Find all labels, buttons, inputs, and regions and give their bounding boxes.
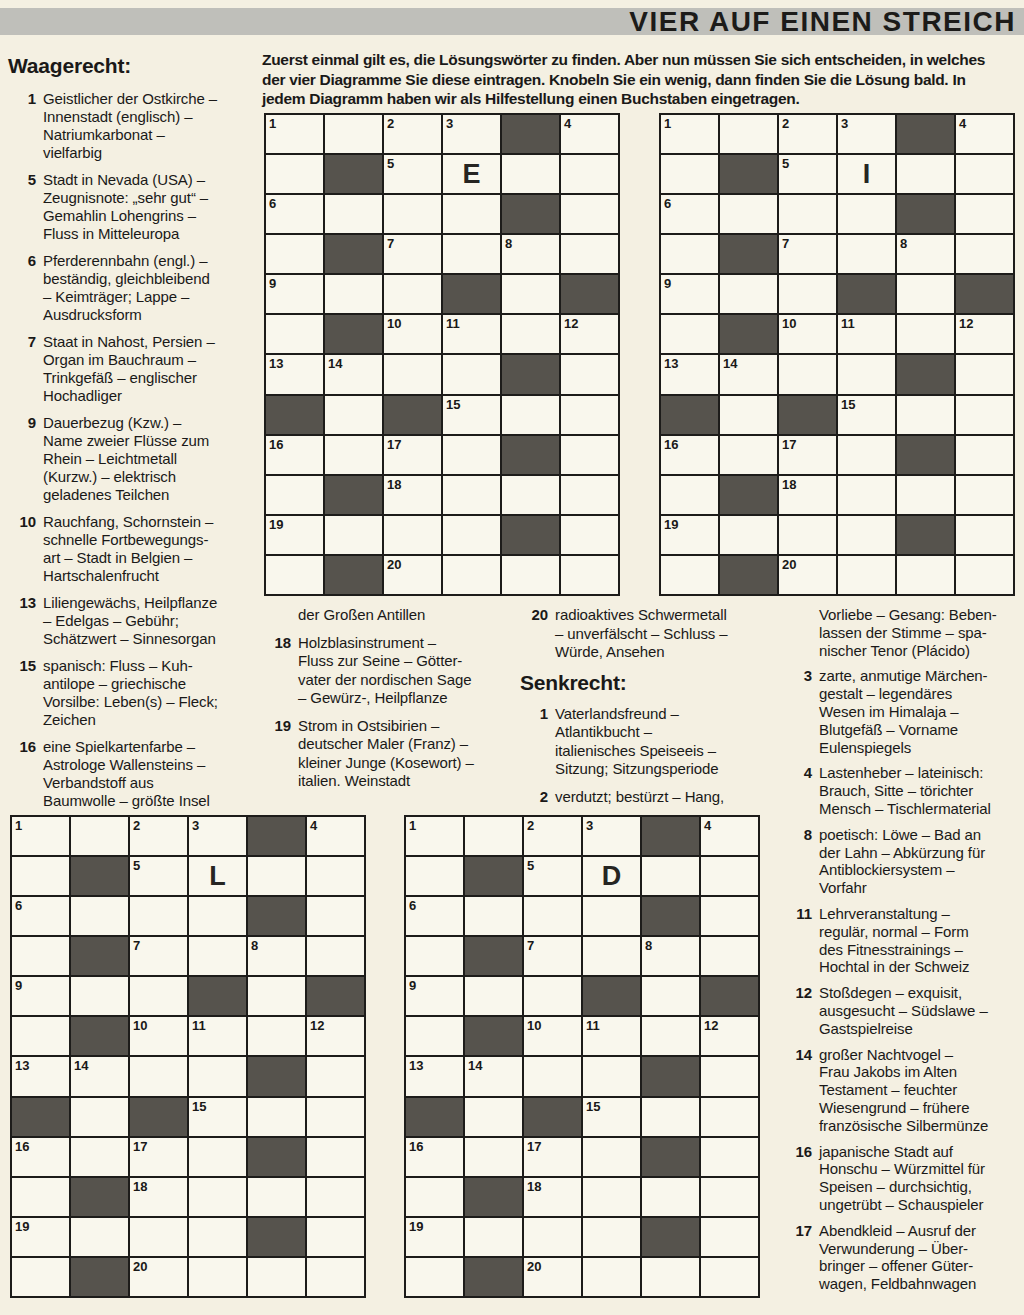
grid-cell[interactable] xyxy=(465,1218,522,1256)
grid-cell[interactable] xyxy=(838,516,895,554)
grid-cell[interactable]: 9 xyxy=(406,977,463,1015)
grid-cell[interactable] xyxy=(583,1258,640,1296)
grid-cell[interactable]: 11 xyxy=(583,1017,640,1055)
grid-cell[interactable] xyxy=(956,396,1013,434)
grid-cell[interactable]: 14 xyxy=(71,1057,128,1095)
clue-number: 16 xyxy=(784,1143,819,1214)
clue-text-line: Trinkgefäß – englischer xyxy=(43,369,260,387)
cell-number: 3 xyxy=(841,116,848,131)
grid-cell[interactable] xyxy=(12,1258,69,1296)
cell-number: 17 xyxy=(387,437,401,452)
grid-cell[interactable]: 5 xyxy=(384,155,441,193)
grid-cell[interactable]: 9 xyxy=(266,275,323,313)
grid-cell[interactable] xyxy=(130,897,187,935)
grid-cell[interactable]: 20 xyxy=(384,556,441,594)
grid-cell[interactable]: 12 xyxy=(561,315,618,353)
grid-cell[interactable]: 8 xyxy=(897,235,954,273)
grid-cell[interactable] xyxy=(502,155,559,193)
grid-cell[interactable] xyxy=(524,1057,581,1095)
grid-cell[interactable]: 4 xyxy=(701,817,758,855)
block-cell xyxy=(248,897,305,935)
grid-cell[interactable]: 16 xyxy=(12,1138,69,1176)
block-cell xyxy=(406,1098,463,1136)
grid-cell[interactable]: 8 xyxy=(502,235,559,273)
block-cell xyxy=(266,396,323,434)
grid-cell[interactable]: 9 xyxy=(661,275,718,313)
grid-cell[interactable]: 10 xyxy=(130,1017,187,1055)
grid-cell[interactable]: 10 xyxy=(779,315,836,353)
grid-cell[interactable]: 20 xyxy=(130,1258,187,1296)
grid-cell[interactable] xyxy=(561,476,618,514)
grid-cell[interactable] xyxy=(71,1218,128,1256)
grid-cell[interactable] xyxy=(248,1258,305,1296)
grid-cell[interactable] xyxy=(248,1178,305,1216)
grid-cell[interactable] xyxy=(465,897,522,935)
grid-cell[interactable] xyxy=(779,275,836,313)
intro-line: Zuerst einmal gilt es, die Lösungswörter… xyxy=(262,50,1022,70)
grid-cell[interactable] xyxy=(661,315,718,353)
grid-cell[interactable] xyxy=(661,155,718,193)
grid-cell[interactable] xyxy=(443,235,500,273)
clue-item: 4Lastenheber – lateinisch:Brauch, Sitte … xyxy=(784,764,1024,817)
grid-cell[interactable]: 16 xyxy=(266,436,323,474)
clue-text-line: Schätzwert – Sinnesorgan xyxy=(43,630,260,648)
grid-cell[interactable] xyxy=(502,275,559,313)
clue-text: radioaktives Schwermetall– unverfälscht … xyxy=(555,606,780,662)
grid-cell[interactable]: 5 xyxy=(130,857,187,895)
grid-cell[interactable] xyxy=(189,897,246,935)
grid-cell[interactable] xyxy=(189,1218,246,1256)
clue-text: Geistlicher der Ostkirche –Innenstadt (e… xyxy=(43,90,260,162)
grid-cell[interactable] xyxy=(583,897,640,935)
grid-cell[interactable] xyxy=(502,476,559,514)
grid-cell[interactable]: 16 xyxy=(661,436,718,474)
grid-cell[interactable] xyxy=(642,1178,699,1216)
grid-cell[interactable]: 15 xyxy=(583,1098,640,1136)
grid-cell[interactable] xyxy=(561,355,618,393)
block-cell xyxy=(642,1218,699,1256)
grid-cell[interactable] xyxy=(307,1138,364,1176)
grid-cell[interactable]: 1 xyxy=(12,817,69,855)
clue-text-line: wagen, Feldbahnwagen xyxy=(819,1275,1024,1293)
grid-cell[interactable] xyxy=(720,115,777,153)
grid-cell[interactable] xyxy=(897,315,954,353)
grid-cell[interactable] xyxy=(384,195,441,233)
grid-cell[interactable] xyxy=(701,1098,758,1136)
clue-text-line: Abendkleid – Ausruf der xyxy=(819,1222,1024,1240)
clue-text: Lehrveranstaltung –regulär, normal – For… xyxy=(819,905,1024,976)
clue-text-line: Liliengewächs, Heilpflanze xyxy=(43,594,260,612)
grid-cell[interactable]: 4 xyxy=(561,115,618,153)
grid-cell[interactable]: 5 xyxy=(779,155,836,193)
grid-cell[interactable] xyxy=(130,977,187,1015)
cell-number: 17 xyxy=(782,437,796,452)
grid-cell[interactable]: 12 xyxy=(701,1017,758,1055)
grid-cell[interactable] xyxy=(720,195,777,233)
grid-cell[interactable] xyxy=(897,275,954,313)
block-cell xyxy=(248,1218,305,1256)
grid-cell[interactable] xyxy=(642,1098,699,1136)
grid-cell[interactable] xyxy=(956,516,1013,554)
grid-cell[interactable] xyxy=(838,195,895,233)
clue-text-line: Speisen – durchsichtig, xyxy=(819,1178,1024,1196)
grid-cell[interactable]: 8 xyxy=(642,937,699,975)
grid-cell[interactable] xyxy=(701,937,758,975)
grid-cell[interactable] xyxy=(661,476,718,514)
grid-cell[interactable]: 6 xyxy=(661,195,718,233)
grid-cell[interactable] xyxy=(443,556,500,594)
grid-cell[interactable] xyxy=(897,476,954,514)
grid-cell[interactable] xyxy=(307,937,364,975)
grid-cell[interactable]: 2 xyxy=(384,115,441,153)
grid-cell[interactable]: 11 xyxy=(443,315,500,353)
grid-cell[interactable]: 11 xyxy=(189,1017,246,1055)
grid-cell[interactable] xyxy=(266,235,323,273)
grid-cell[interactable] xyxy=(701,1138,758,1176)
grid-cell[interactable] xyxy=(838,235,895,273)
grid-cell[interactable]: 17 xyxy=(779,436,836,474)
grid-cell[interactable] xyxy=(956,476,1013,514)
grid-cell[interactable] xyxy=(384,275,441,313)
grid-cell[interactable] xyxy=(325,275,382,313)
grid-cell[interactable] xyxy=(71,897,128,935)
grid-cell[interactable] xyxy=(561,396,618,434)
grid-cell[interactable]: 7 xyxy=(779,235,836,273)
grid-cell[interactable] xyxy=(248,857,305,895)
grid-cell[interactable] xyxy=(325,195,382,233)
grid-cell[interactable] xyxy=(720,275,777,313)
grid-cell[interactable] xyxy=(561,436,618,474)
grid-cell[interactable] xyxy=(720,516,777,554)
grid-cell[interactable] xyxy=(71,817,128,855)
grid-cell[interactable] xyxy=(406,1017,463,1055)
clue-item: 18Holzblasinstrument –Fluss zur Seine – … xyxy=(263,634,515,708)
grid-cell[interactable] xyxy=(130,1218,187,1256)
grid-cell[interactable] xyxy=(443,195,500,233)
grid-cell[interactable] xyxy=(701,1178,758,1216)
grid-cell[interactable] xyxy=(956,436,1013,474)
block-cell xyxy=(642,1057,699,1095)
grid-cell[interactable] xyxy=(189,1258,246,1296)
grid-cell[interactable]: 20 xyxy=(524,1258,581,1296)
grid-cell[interactable] xyxy=(325,396,382,434)
grid-cell[interactable] xyxy=(189,1057,246,1095)
grid-cell[interactable] xyxy=(384,355,441,393)
grid-cell[interactable] xyxy=(838,476,895,514)
clue-text-line: zarte, anmutige Märchen- xyxy=(819,667,1024,685)
grid-cell[interactable]: 14 xyxy=(465,1057,522,1095)
cell-number: 11 xyxy=(192,1018,206,1033)
clue-text-line: gestalt – legendäres xyxy=(819,685,1024,703)
grid-cell[interactable] xyxy=(956,355,1013,393)
grid-cell[interactable] xyxy=(779,516,836,554)
hint-letter: D xyxy=(583,857,640,895)
block-cell xyxy=(561,275,618,313)
grid-cell[interactable] xyxy=(325,115,382,153)
grid-cell[interactable]: 19 xyxy=(661,516,718,554)
grid-cell[interactable] xyxy=(266,155,323,193)
block-cell xyxy=(897,355,954,393)
grid-cell[interactable]: 8 xyxy=(248,937,305,975)
grid-cell[interactable] xyxy=(266,315,323,353)
grid-cell[interactable]: 15 xyxy=(189,1098,246,1136)
clue-text-line: bringer – offener Güter- xyxy=(819,1257,1024,1275)
grid-cell[interactable] xyxy=(701,897,758,935)
cell-number: 4 xyxy=(310,818,317,833)
grid-cell[interactable]: 4 xyxy=(956,115,1013,153)
clue-item: 5Stadt in Nevada (USA) –Zeugnisnote: „se… xyxy=(8,171,260,243)
cell-number: 18 xyxy=(133,1179,147,1194)
grid-cell[interactable] xyxy=(465,977,522,1015)
grid-cell[interactable]: 10 xyxy=(384,315,441,353)
grid-cell[interactable] xyxy=(266,556,323,594)
grid-cell[interactable] xyxy=(406,1178,463,1216)
grid-cell[interactable] xyxy=(956,556,1013,594)
grid-cell[interactable] xyxy=(661,556,718,594)
cell-number: 7 xyxy=(782,236,789,251)
grid-cell[interactable] xyxy=(12,1178,69,1216)
grid-cell[interactable] xyxy=(189,1138,246,1176)
grid-cell[interactable] xyxy=(838,556,895,594)
grid-cell[interactable]: 16 xyxy=(406,1138,463,1176)
grid-cell[interactable] xyxy=(502,396,559,434)
clue-item: 10Rauchfang, Schornstein –schnelle Fortb… xyxy=(8,513,260,585)
grid-cell[interactable]: 4 xyxy=(307,817,364,855)
grid-cell[interactable] xyxy=(779,195,836,233)
grid-cell[interactable]: 7 xyxy=(524,937,581,975)
cell-number: 16 xyxy=(664,437,678,452)
grid-cell[interactable] xyxy=(307,1098,364,1136)
grid-cell[interactable] xyxy=(561,155,618,193)
grid-cell[interactable]: 18 xyxy=(384,476,441,514)
clue-number: 10 xyxy=(8,513,43,585)
grid-cell[interactable] xyxy=(561,195,618,233)
grid-cell[interactable] xyxy=(583,1218,640,1256)
grid-cell[interactable]: 7 xyxy=(130,937,187,975)
grid-cell[interactable] xyxy=(465,1138,522,1176)
grid-cell[interactable] xyxy=(130,1057,187,1095)
grid-cell[interactable] xyxy=(561,235,618,273)
grid-cell[interactable] xyxy=(720,436,777,474)
grid-cell[interactable] xyxy=(443,436,500,474)
grid-cell[interactable] xyxy=(307,857,364,895)
grid-cell[interactable] xyxy=(642,1017,699,1055)
grid-cell[interactable] xyxy=(12,937,69,975)
grid-cell[interactable]: 6 xyxy=(12,897,69,935)
clue-text-line: Ausdrucksform xyxy=(43,306,260,324)
grid-cell[interactable]: 9 xyxy=(12,977,69,1015)
clue-text-line: Vorfahr xyxy=(819,879,1024,897)
grid-cell[interactable]: I xyxy=(838,155,895,193)
grid-cell[interactable] xyxy=(71,1138,128,1176)
grid-cell[interactable] xyxy=(325,436,382,474)
grid-cell[interactable] xyxy=(12,857,69,895)
grid-cell[interactable] xyxy=(443,476,500,514)
grid-cell[interactable] xyxy=(779,355,836,393)
grid-cell[interactable] xyxy=(661,235,718,273)
grid-cell[interactable] xyxy=(897,396,954,434)
cell-number: 5 xyxy=(133,858,140,873)
grid-cell[interactable] xyxy=(642,1258,699,1296)
grid-cell[interactable]: 18 xyxy=(779,476,836,514)
grid-cell[interactable]: 20 xyxy=(779,556,836,594)
grid-cell[interactable]: 19 xyxy=(12,1218,69,1256)
grid-cell[interactable] xyxy=(325,516,382,554)
cell-number: 11 xyxy=(586,1018,600,1033)
clue-item: 7Staat in Nahost, Persien –Organ im Bauc… xyxy=(8,333,260,405)
grid-cell[interactable]: 3 xyxy=(583,817,640,855)
cell-number: 16 xyxy=(409,1139,423,1154)
block-cell xyxy=(71,1017,128,1055)
grid-cell[interactable] xyxy=(406,857,463,895)
grid-cell[interactable] xyxy=(897,155,954,193)
grid-cell[interactable]: D xyxy=(583,857,640,895)
grid-cell[interactable] xyxy=(701,1258,758,1296)
grid-cell[interactable] xyxy=(701,857,758,895)
grid-cell[interactable]: 17 xyxy=(384,436,441,474)
grid-cell[interactable]: 2 xyxy=(524,817,581,855)
grid-cell[interactable]: 18 xyxy=(524,1178,581,1216)
grid-cell[interactable] xyxy=(307,1057,364,1095)
block-cell xyxy=(779,396,836,434)
clue-text-line: Fluss in Mitteleuropa xyxy=(43,225,260,243)
grid-cell[interactable] xyxy=(406,1258,463,1296)
clue-text-line: Blutgefäß – Vorname xyxy=(819,721,1024,739)
grid-cell[interactable]: L xyxy=(189,857,246,895)
grid-cell[interactable]: 6 xyxy=(406,897,463,935)
grid-cell[interactable]: 11 xyxy=(838,315,895,353)
grid-cell[interactable]: 17 xyxy=(524,1138,581,1176)
grid-cell[interactable] xyxy=(524,977,581,1015)
grid-cell[interactable] xyxy=(266,476,323,514)
grid-cell[interactable]: 3 xyxy=(443,115,500,153)
grid-cell[interactable]: 19 xyxy=(406,1218,463,1256)
grid-cell[interactable]: 13 xyxy=(266,355,323,393)
grid-cell[interactable]: 1 xyxy=(266,115,323,153)
grid-cell[interactable]: 10 xyxy=(524,1017,581,1055)
grid-cell[interactable]: 1 xyxy=(406,817,463,855)
grid-cell[interactable]: 3 xyxy=(838,115,895,153)
clue-text-line: verdutzt; bestürzt – Hang, xyxy=(555,788,780,807)
grid-cell[interactable]: 1 xyxy=(661,115,718,153)
grid-cell[interactable] xyxy=(443,516,500,554)
grid-cell[interactable] xyxy=(465,1098,522,1136)
grid-cell[interactable] xyxy=(406,937,463,975)
grid-cell[interactable] xyxy=(71,1098,128,1136)
grid-cell[interactable] xyxy=(248,977,305,1015)
grid-cell[interactable] xyxy=(701,1218,758,1256)
grid-cell[interactable] xyxy=(642,857,699,895)
grid-cell[interactable] xyxy=(897,556,954,594)
grid-cell[interactable] xyxy=(561,516,618,554)
grid-cell[interactable]: 13 xyxy=(406,1057,463,1095)
grid-cell[interactable]: 2 xyxy=(779,115,836,153)
grid-cell[interactable] xyxy=(583,937,640,975)
grid-cell[interactable] xyxy=(720,396,777,434)
grid-cell[interactable] xyxy=(189,1178,246,1216)
grid-cell[interactable]: 5 xyxy=(524,857,581,895)
grid-cell[interactable] xyxy=(583,1178,640,1216)
grid-cell[interactable] xyxy=(189,937,246,975)
clue-text: Rauchfang, Schornstein –schnelle Fortbew… xyxy=(43,513,260,585)
grid-cell[interactable]: 12 xyxy=(956,315,1013,353)
clue-number: 12 xyxy=(784,984,819,1037)
cell-number: 11 xyxy=(446,316,460,331)
grid-cell[interactable]: 15 xyxy=(838,396,895,434)
clue-text: Pferderennbahn (engl.) –beständig, gleic… xyxy=(43,252,260,324)
grid-cell[interactable] xyxy=(12,1017,69,1055)
grid-cell[interactable] xyxy=(502,556,559,594)
clue-text-line: der Großen Antillen xyxy=(298,606,515,625)
clue-text-line: – Edelgas – Gebühr; xyxy=(43,612,260,630)
grid-cell[interactable]: E xyxy=(443,155,500,193)
grid-cell[interactable] xyxy=(956,195,1013,233)
block-cell xyxy=(130,1098,187,1136)
grid-cell[interactable] xyxy=(248,1098,305,1136)
clue-text-line: Frau Jakobs im Alten xyxy=(819,1063,1024,1081)
grid-cell[interactable]: 18 xyxy=(130,1178,187,1216)
clue-text-line: Stoßdegen – exquisit, xyxy=(819,984,1024,1002)
grid-cell[interactable]: 14 xyxy=(720,355,777,393)
cell-number: 6 xyxy=(409,898,416,913)
block-cell xyxy=(12,1098,69,1136)
grid-cell[interactable] xyxy=(524,1218,581,1256)
clue-number: 2 xyxy=(520,788,555,807)
grid-cell[interactable] xyxy=(502,315,559,353)
grid-cell[interactable]: 17 xyxy=(130,1138,187,1176)
grid-cell[interactable] xyxy=(307,1178,364,1216)
clue-text-line: des Fitnesstrainings – xyxy=(819,941,1024,959)
grid-cell[interactable] xyxy=(561,556,618,594)
grid-cell[interactable]: 15 xyxy=(443,396,500,434)
grid-cell[interactable]: 2 xyxy=(130,817,187,855)
grid-cell[interactable] xyxy=(956,235,1013,273)
grid-cell[interactable] xyxy=(956,155,1013,193)
grid-cell[interactable] xyxy=(307,897,364,935)
grid-cell[interactable]: 3 xyxy=(189,817,246,855)
grid-cell[interactable] xyxy=(838,355,895,393)
grid-cell[interactable] xyxy=(71,977,128,1015)
cell-number: 2 xyxy=(133,818,140,833)
grid-cell[interactable] xyxy=(307,1258,364,1296)
grid-cell[interactable] xyxy=(838,436,895,474)
grid-cell[interactable] xyxy=(384,516,441,554)
grid-cell[interactable] xyxy=(465,817,522,855)
grid-cell[interactable]: 6 xyxy=(266,195,323,233)
grid-cell[interactable] xyxy=(524,897,581,935)
grid-cell[interactable] xyxy=(443,355,500,393)
cell-number: 1 xyxy=(664,116,671,131)
grid-cell[interactable] xyxy=(583,1057,640,1095)
cell-number: 8 xyxy=(505,236,512,251)
grid-cell[interactable]: 14 xyxy=(325,355,382,393)
clue-column-down: Vorliebe – Gesang: Beben-lassen der Stim… xyxy=(784,606,1024,1301)
grid-cell[interactable]: 19 xyxy=(266,516,323,554)
grid-cell[interactable]: 13 xyxy=(661,355,718,393)
block-cell xyxy=(642,817,699,855)
grid-cell[interactable]: 13 xyxy=(12,1057,69,1095)
grid-cell[interactable]: 7 xyxy=(384,235,441,273)
grid-cell[interactable] xyxy=(583,1138,640,1176)
grid-cell[interactable] xyxy=(642,977,699,1015)
grid-cell[interactable] xyxy=(307,1218,364,1256)
grid-cell[interactable]: 12 xyxy=(307,1017,364,1055)
cell-number: 12 xyxy=(959,316,973,331)
clue-number: 1 xyxy=(8,90,43,162)
cell-number: 3 xyxy=(586,818,593,833)
grid-cell[interactable] xyxy=(701,1057,758,1095)
grid-cell[interactable] xyxy=(248,1017,305,1055)
